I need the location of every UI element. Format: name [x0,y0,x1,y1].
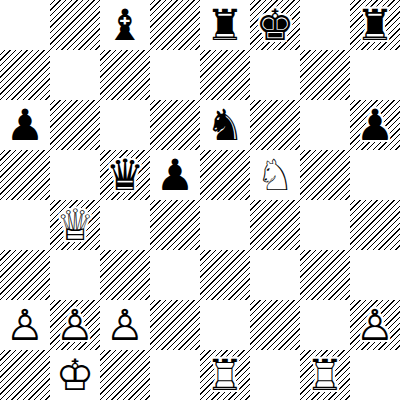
square-c3[interactable] [100,250,150,300]
square-a1[interactable] [0,350,50,400]
square-e5[interactable] [200,150,250,200]
piece-white-pawn[interactable]: ♟♙ [0,300,50,350]
black-rook-glyph: ♜ [200,0,250,50]
square-g1[interactable]: ♜♖ [300,350,350,400]
piece-white-king[interactable]: ♚♔ [50,350,100,400]
square-e6[interactable]: ♞ [200,100,250,150]
square-e8[interactable]: ♜ [200,0,250,50]
piece-black-king[interactable]: ♚ [250,0,300,50]
piece-black-queen[interactable]: ♛ [100,150,150,200]
white-king-outline: ♔ [50,350,100,400]
square-f5[interactable]: ♞♘ [250,150,300,200]
piece-white-knight[interactable]: ♞♘ [250,150,300,200]
square-b4[interactable]: ♛♕ [50,200,100,250]
white-queen-outline: ♕ [50,200,100,250]
square-b7[interactable] [50,50,100,100]
square-g8[interactable] [300,0,350,50]
square-g7[interactable] [300,50,350,100]
square-g6[interactable] [300,100,350,150]
black-king-glyph: ♚ [250,0,300,50]
square-h4[interactable] [350,200,400,250]
square-f2[interactable] [250,300,300,350]
white-knight-outline: ♘ [250,150,300,200]
square-g5[interactable] [300,150,350,200]
piece-black-rook[interactable]: ♜ [200,0,250,50]
square-g3[interactable] [300,250,350,300]
black-queen-glyph: ♛ [100,150,150,200]
piece-white-pawn[interactable]: ♟♙ [100,300,150,350]
piece-white-pawn[interactable]: ♟♙ [350,300,400,350]
square-a6[interactable]: ♟ [0,100,50,150]
square-c2[interactable]: ♟♙ [100,300,150,350]
piece-white-rook[interactable]: ♜♖ [300,350,350,400]
square-e3[interactable] [200,250,250,300]
square-c7[interactable] [100,50,150,100]
white-pawn-outline: ♙ [50,300,100,350]
square-d6[interactable] [150,100,200,150]
chess-board: ♝♜♚♜♟♞♟♛♟♞♘♛♕♟♙♟♙♟♙♟♙♚♔♜♖♜♖ [0,0,400,400]
square-d2[interactable] [150,300,200,350]
piece-black-pawn[interactable]: ♟ [150,150,200,200]
white-pawn-outline: ♙ [100,300,150,350]
square-a2[interactable]: ♟♙ [0,300,50,350]
square-e1[interactable]: ♜♖ [200,350,250,400]
black-rook-glyph: ♜ [350,0,400,50]
piece-black-bishop[interactable]: ♝ [100,0,150,50]
black-bishop-glyph: ♝ [100,0,150,50]
square-h7[interactable] [350,50,400,100]
square-f1[interactable] [250,350,300,400]
white-pawn-outline: ♙ [350,300,400,350]
black-pawn-glyph: ♟ [0,100,50,150]
square-f3[interactable] [250,250,300,300]
square-h8[interactable]: ♜ [350,0,400,50]
piece-white-rook[interactable]: ♜♖ [200,350,250,400]
square-f8[interactable]: ♚ [250,0,300,50]
square-a7[interactable] [0,50,50,100]
square-b1[interactable]: ♚♔ [50,350,100,400]
square-b3[interactable] [50,250,100,300]
square-h2[interactable]: ♟♙ [350,300,400,350]
square-a3[interactable] [0,250,50,300]
piece-black-pawn[interactable]: ♟ [350,100,400,150]
square-d8[interactable] [150,0,200,50]
square-a8[interactable] [0,0,50,50]
black-pawn-glyph: ♟ [350,100,400,150]
square-d4[interactable] [150,200,200,250]
square-b8[interactable] [50,0,100,50]
piece-white-pawn[interactable]: ♟♙ [50,300,100,350]
square-c5[interactable]: ♛ [100,150,150,200]
black-pawn-glyph: ♟ [150,150,200,200]
square-h1[interactable] [350,350,400,400]
square-g2[interactable] [300,300,350,350]
square-e2[interactable] [200,300,250,350]
square-b2[interactable]: ♟♙ [50,300,100,350]
square-f7[interactable] [250,50,300,100]
square-e4[interactable] [200,200,250,250]
square-h5[interactable] [350,150,400,200]
square-b6[interactable] [50,100,100,150]
piece-black-pawn[interactable]: ♟ [0,100,50,150]
square-d3[interactable] [150,250,200,300]
white-rook-outline: ♖ [300,350,350,400]
square-c4[interactable] [100,200,150,250]
square-d5[interactable]: ♟ [150,150,200,200]
square-g4[interactable] [300,200,350,250]
white-pawn-outline: ♙ [0,300,50,350]
square-f6[interactable] [250,100,300,150]
square-h3[interactable] [350,250,400,300]
square-c6[interactable] [100,100,150,150]
square-f4[interactable] [250,200,300,250]
square-a4[interactable] [0,200,50,250]
piece-white-queen[interactable]: ♛♕ [50,200,100,250]
square-d7[interactable] [150,50,200,100]
piece-black-rook[interactable]: ♜ [350,0,400,50]
square-a5[interactable] [0,150,50,200]
square-h6[interactable]: ♟ [350,100,400,150]
square-c1[interactable] [100,350,150,400]
square-c8[interactable]: ♝ [100,0,150,50]
square-e7[interactable] [200,50,250,100]
white-rook-outline: ♖ [200,350,250,400]
piece-black-knight[interactable]: ♞ [200,100,250,150]
black-knight-glyph: ♞ [200,100,250,150]
square-d1[interactable] [150,350,200,400]
square-b5[interactable] [50,150,100,200]
